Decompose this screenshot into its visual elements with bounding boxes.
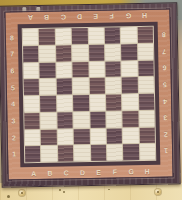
square-b5[interactable]: [40, 79, 56, 95]
rank-label-left-4: 4: [7, 96, 19, 113]
coordinate-band: ABCDEFGH ABCDEFGH 87654321 87654321: [4, 8, 173, 180]
square-h5[interactable]: [138, 77, 154, 93]
square-d8[interactable]: [72, 28, 88, 44]
square-f6[interactable]: [105, 61, 121, 77]
square-h4[interactable]: [139, 94, 155, 110]
square-f2[interactable]: [107, 128, 123, 144]
rank-label-left-7: 7: [6, 46, 18, 63]
file-label-bottom-b: B: [42, 167, 58, 179]
square-h8[interactable]: [137, 27, 153, 43]
rank-label-left-8: 8: [6, 29, 18, 46]
square-e7[interactable]: [89, 44, 105, 60]
square-f5[interactable]: [106, 78, 122, 94]
wood-knot: [108, 189, 110, 190]
square-c5[interactable]: [56, 79, 72, 95]
square-g5[interactable]: [122, 77, 138, 93]
square-g1[interactable]: [123, 144, 139, 160]
square-a2[interactable]: [25, 129, 41, 145]
square-d5[interactable]: [73, 78, 89, 94]
square-g4[interactable]: [122, 94, 138, 110]
file-label-bottom-d: D: [74, 166, 90, 178]
square-f3[interactable]: [106, 111, 122, 127]
board-grid-border: [22, 26, 157, 164]
square-a5[interactable]: [24, 79, 40, 95]
square-a8[interactable]: [23, 29, 39, 45]
square-b4[interactable]: [40, 96, 56, 112]
square-e4[interactable]: [90, 95, 106, 111]
square-a4[interactable]: [24, 96, 40, 112]
file-label-top-b: B: [39, 12, 55, 24]
file-label-top-a: A: [22, 12, 38, 24]
rank-label-right-8: 8: [158, 26, 170, 43]
rank-label-left-2: 2: [8, 129, 20, 146]
square-e1[interactable]: [90, 145, 106, 161]
rank-labels-left: 87654321: [6, 29, 21, 162]
board-inner-frame: [18, 22, 161, 168]
square-f7[interactable]: [105, 44, 121, 60]
square-g6[interactable]: [122, 61, 138, 77]
square-c3[interactable]: [57, 112, 73, 128]
square-c2[interactable]: [57, 129, 73, 145]
square-a6[interactable]: [23, 62, 39, 78]
square-c8[interactable]: [55, 28, 71, 44]
rank-label-left-1: 1: [8, 146, 20, 163]
square-h6[interactable]: [138, 60, 154, 76]
rank-label-left-5: 5: [7, 79, 19, 96]
square-f8[interactable]: [105, 27, 121, 43]
square-e3[interactable]: [90, 111, 106, 127]
chess-board: ABCDEFGH ABCDEFGH 87654321 87654321: [0, 2, 181, 187]
rank-labels-right: 87654321: [158, 26, 173, 159]
square-h2[interactable]: [139, 127, 155, 143]
square-g8[interactable]: [121, 27, 137, 43]
rank-label-left-3: 3: [7, 112, 19, 129]
square-c1[interactable]: [58, 146, 74, 162]
table-screw: [19, 190, 25, 196]
rank-label-right-2: 2: [160, 126, 172, 143]
square-c6[interactable]: [56, 62, 72, 78]
wood-knot: [59, 189, 61, 191]
square-e6[interactable]: [89, 61, 105, 77]
square-b7[interactable]: [39, 45, 55, 61]
rank-label-right-5: 5: [159, 76, 171, 93]
square-d7[interactable]: [72, 45, 88, 61]
square-d2[interactable]: [74, 129, 90, 145]
square-d4[interactable]: [73, 95, 89, 111]
file-label-bottom-h: H: [139, 165, 155, 177]
wood-knot: [63, 191, 65, 193]
file-label-bottom-e: E: [90, 166, 106, 178]
square-f1[interactable]: [107, 145, 123, 161]
square-h3[interactable]: [139, 111, 155, 127]
file-label-top-c: C: [55, 11, 71, 23]
square-b6[interactable]: [40, 62, 56, 78]
file-label-top-g: G: [120, 10, 136, 22]
square-g7[interactable]: [121, 44, 137, 60]
rank-label-right-4: 4: [159, 93, 171, 110]
rank-label-right-3: 3: [159, 110, 171, 127]
file-label-top-f: F: [104, 10, 120, 22]
square-b3[interactable]: [41, 112, 57, 128]
square-a1[interactable]: [25, 146, 41, 162]
square-c7[interactable]: [56, 45, 72, 61]
square-h7[interactable]: [138, 44, 154, 60]
square-d3[interactable]: [73, 112, 89, 128]
board-outer-frame: ABCDEFGH ABCDEFGH 87654321 87654321: [0, 2, 181, 187]
square-g2[interactable]: [123, 128, 139, 144]
table-screw: [155, 189, 161, 195]
square-e2[interactable]: [90, 128, 106, 144]
rank-label-right-1: 1: [160, 143, 172, 160]
square-d6[interactable]: [72, 62, 88, 78]
rank-label-left-6: 6: [6, 63, 18, 80]
file-label-top-e: E: [87, 11, 103, 23]
file-label-bottom-c: C: [58, 166, 74, 178]
file-labels-bottom: ABCDEFGH: [25, 165, 155, 179]
square-a7[interactable]: [23, 46, 39, 62]
file-label-top-d: D: [71, 11, 87, 23]
square-d1[interactable]: [74, 145, 90, 161]
rank-label-right-7: 7: [158, 43, 170, 60]
square-h1[interactable]: [140, 144, 156, 160]
file-label-top-h: H: [136, 10, 152, 22]
file-label-bottom-g: G: [123, 165, 139, 177]
rank-label-right-6: 6: [158, 60, 170, 77]
file-label-bottom-f: F: [107, 165, 123, 177]
square-c4[interactable]: [57, 95, 73, 111]
board-squares: [23, 27, 156, 162]
wood-knot: [7, 195, 10, 198]
square-b8[interactable]: [39, 29, 55, 45]
file-label-bottom-a: A: [25, 167, 41, 179]
square-b2[interactable]: [41, 129, 57, 145]
file-labels-top: ABCDEFGH: [22, 10, 152, 24]
square-b1[interactable]: [41, 146, 57, 162]
square-g3[interactable]: [123, 111, 139, 127]
square-e8[interactable]: [88, 28, 104, 44]
square-a3[interactable]: [24, 113, 40, 129]
square-f4[interactable]: [106, 94, 122, 110]
square-e5[interactable]: [89, 78, 105, 94]
